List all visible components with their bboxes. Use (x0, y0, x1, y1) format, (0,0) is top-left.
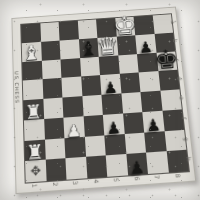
corner-emblem: ✥ (30, 163, 41, 179)
square-c6[interactable] (118, 54, 139, 74)
rank-label-7: 7 (151, 166, 165, 188)
square-e4[interactable] (82, 95, 103, 116)
square-h6[interactable]: ♟ (126, 153, 148, 176)
photo-of-chessboard: ♚♝♝♛♟♚♟♜♟♟♟♜✥♟ 12345678 abcdefgh US CHES… (0, 0, 200, 200)
square-e6[interactable] (121, 92, 142, 113)
square-e1[interactable]: ♜ (23, 99, 43, 120)
square-g2[interactable] (44, 138, 65, 160)
square-f7[interactable]: ♟ (142, 111, 164, 133)
rank-label-2: 2 (49, 173, 61, 195)
white-queen-b5[interactable]: ♛ (96, 33, 120, 58)
board-brand-text: US CHESS (14, 71, 21, 104)
square-a3[interactable] (59, 21, 79, 41)
square-c8[interactable]: ♚ (156, 51, 177, 71)
square-e3[interactable] (62, 96, 83, 117)
square-d5[interactable]: ♟ (100, 74, 121, 95)
rank-label-3: 3 (70, 172, 83, 194)
black-pawn-b7[interactable]: ♟ (138, 39, 153, 55)
square-g4[interactable] (84, 135, 105, 157)
square-g6[interactable] (124, 132, 146, 154)
file-label-f: f (173, 113, 194, 123)
chess-board: ♚♝♝♛♟♚♟♜♟♟♟♜✥♟ 12345678 abcdefgh US CHES… (11, 7, 196, 195)
black-pawn-h6[interactable]: ♟ (129, 159, 145, 177)
file-label-h: h (178, 154, 199, 164)
square-f5[interactable]: ♟ (103, 113, 124, 135)
square-g1[interactable]: ♜ (25, 139, 46, 161)
file-label-g: g (175, 134, 196, 144)
square-a2[interactable] (40, 22, 60, 42)
black-pawn-f5[interactable]: ♟ (106, 119, 122, 137)
square-d6[interactable] (119, 73, 140, 94)
square-d4[interactable] (81, 75, 102, 96)
square-f2[interactable] (44, 117, 65, 139)
square-f3[interactable]: ♟ (63, 116, 84, 138)
square-d1[interactable] (23, 79, 43, 100)
rank-label-8: 8 (171, 165, 185, 187)
rank-label-5: 5 (110, 169, 123, 191)
white-rook-g1[interactable]: ♜ (26, 142, 44, 163)
square-d3[interactable] (61, 77, 81, 98)
square-d2[interactable] (42, 78, 62, 99)
white-rook-e1[interactable]: ♜ (25, 102, 43, 122)
square-c2[interactable] (41, 59, 61, 79)
square-e2[interactable] (43, 98, 64, 119)
white-bishop-b1[interactable]: ♝ (22, 42, 41, 63)
square-f6[interactable] (123, 112, 145, 134)
file-label-d: d (169, 74, 190, 83)
square-f4[interactable] (83, 115, 104, 137)
black-pawn-d5[interactable]: ♟ (103, 80, 119, 97)
square-e7[interactable] (140, 91, 162, 112)
file-label-e: e (171, 93, 192, 102)
square-b3[interactable] (60, 39, 80, 59)
black-pawn-f7[interactable]: ♟ (145, 117, 161, 134)
file-label-a: a (163, 18, 183, 27)
square-b1[interactable]: ♝ (22, 42, 42, 62)
square-a6[interactable]: ♚ (115, 17, 135, 37)
square-b2[interactable] (41, 40, 61, 60)
rank-label-4: 4 (90, 170, 103, 192)
white-pawn-f3[interactable]: ♟ (66, 122, 82, 140)
square-b5[interactable]: ♛ (97, 36, 117, 56)
square-c3[interactable] (60, 58, 80, 78)
black-king-c8[interactable]: ♚ (153, 46, 180, 74)
